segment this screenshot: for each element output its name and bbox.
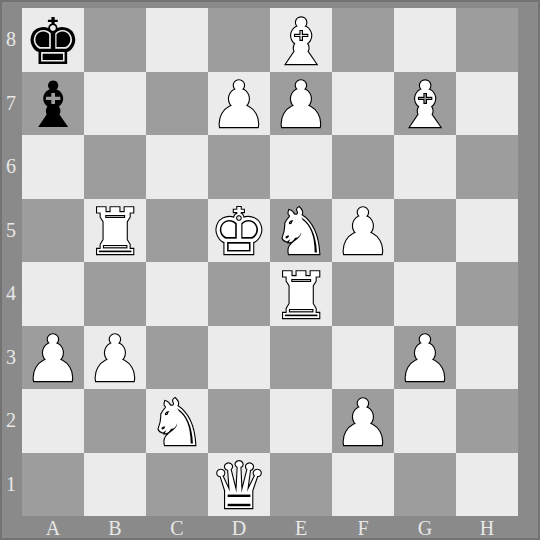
square-a8[interactable]: ♚	[22, 8, 84, 72]
rank-label-8: 8	[0, 8, 22, 72]
square-b7[interactable]	[84, 72, 146, 136]
white-knight-c2[interactable]: ♞	[148, 391, 205, 455]
square-f6[interactable]	[332, 135, 394, 199]
rank-label-6: 6	[0, 135, 22, 199]
square-c2[interactable]: ♞	[146, 389, 208, 453]
square-b3[interactable]: ♟	[84, 326, 146, 390]
square-b4[interactable]	[84, 262, 146, 326]
square-e7[interactable]: ♟	[270, 72, 332, 136]
square-c3[interactable]	[146, 326, 208, 390]
rank-label-1: 1	[0, 453, 22, 517]
board: ♚♝♝♟♟♝♜♚♞♟♜♟♟♟♞♟♛	[22, 8, 518, 516]
square-f1[interactable]	[332, 453, 394, 517]
square-d4[interactable]	[208, 262, 270, 326]
white-pawn-g3[interactable]: ♟	[396, 327, 453, 391]
black-bishop-a7[interactable]: ♝	[24, 73, 81, 137]
square-d3[interactable]	[208, 326, 270, 390]
square-h3[interactable]	[456, 326, 518, 390]
white-bishop-e8[interactable]: ♝	[272, 10, 329, 74]
rank-labels: 87654321	[0, 8, 22, 516]
square-e6[interactable]	[270, 135, 332, 199]
white-rook-e4[interactable]: ♜	[272, 264, 329, 328]
file-label-c: C	[146, 516, 208, 540]
square-b2[interactable]	[84, 389, 146, 453]
rank-label-7: 7	[0, 72, 22, 136]
white-pawn-f2[interactable]: ♟	[334, 391, 391, 455]
square-d2[interactable]	[208, 389, 270, 453]
square-b1[interactable]	[84, 453, 146, 517]
rank-label-2: 2	[0, 389, 22, 453]
white-bishop-g7[interactable]: ♝	[396, 73, 453, 137]
square-a1[interactable]	[22, 453, 84, 517]
file-label-b: B	[84, 516, 146, 540]
square-g7[interactable]: ♝	[394, 72, 456, 136]
square-c8[interactable]	[146, 8, 208, 72]
square-h4[interactable]	[456, 262, 518, 326]
square-e3[interactable]	[270, 326, 332, 390]
square-a2[interactable]	[22, 389, 84, 453]
square-d8[interactable]	[208, 8, 270, 72]
square-b5[interactable]: ♜	[84, 199, 146, 263]
square-h5[interactable]	[456, 199, 518, 263]
square-h8[interactable]	[456, 8, 518, 72]
rank-label-3: 3	[0, 326, 22, 390]
file-labels: ABCDEFGH	[22, 516, 518, 540]
black-king-a8[interactable]: ♚	[24, 10, 81, 74]
white-rook-b5[interactable]: ♜	[86, 200, 143, 264]
square-f4[interactable]	[332, 262, 394, 326]
square-c6[interactable]	[146, 135, 208, 199]
square-g8[interactable]	[394, 8, 456, 72]
chessboard-diagram: 87654321 ♚♝♝♟♟♝♜♚♞♟♜♟♟♟♞♟♛ ABCDEFGH	[0, 0, 540, 540]
square-h7[interactable]	[456, 72, 518, 136]
file-label-d: D	[208, 516, 270, 540]
file-label-f: F	[332, 516, 394, 540]
rank-label-5: 5	[0, 199, 22, 263]
square-b6[interactable]	[84, 135, 146, 199]
square-h1[interactable]	[456, 453, 518, 517]
square-d1[interactable]: ♛	[208, 453, 270, 517]
square-d6[interactable]	[208, 135, 270, 199]
white-pawn-b3[interactable]: ♟	[86, 327, 143, 391]
square-g4[interactable]	[394, 262, 456, 326]
white-king-d5[interactable]: ♚	[210, 200, 267, 264]
square-g1[interactable]	[394, 453, 456, 517]
square-d5[interactable]: ♚	[208, 199, 270, 263]
square-c4[interactable]	[146, 262, 208, 326]
file-label-g: G	[394, 516, 456, 540]
square-e1[interactable]	[270, 453, 332, 517]
square-g3[interactable]: ♟	[394, 326, 456, 390]
square-c7[interactable]	[146, 72, 208, 136]
white-queen-d1[interactable]: ♛	[210, 454, 267, 518]
white-pawn-a3[interactable]: ♟	[24, 327, 81, 391]
square-f5[interactable]: ♟	[332, 199, 394, 263]
square-h2[interactable]	[456, 389, 518, 453]
square-g2[interactable]	[394, 389, 456, 453]
square-d7[interactable]: ♟	[208, 72, 270, 136]
square-e8[interactable]: ♝	[270, 8, 332, 72]
file-label-a: A	[22, 516, 84, 540]
square-a4[interactable]	[22, 262, 84, 326]
square-f3[interactable]	[332, 326, 394, 390]
square-f7[interactable]	[332, 72, 394, 136]
square-f2[interactable]: ♟	[332, 389, 394, 453]
square-e2[interactable]	[270, 389, 332, 453]
white-pawn-f5[interactable]: ♟	[334, 200, 391, 264]
square-a3[interactable]: ♟	[22, 326, 84, 390]
file-label-h: H	[456, 516, 518, 540]
white-pawn-d7[interactable]: ♟	[210, 73, 267, 137]
square-a7[interactable]: ♝	[22, 72, 84, 136]
square-b8[interactable]	[84, 8, 146, 72]
square-g5[interactable]	[394, 199, 456, 263]
square-e4[interactable]: ♜	[270, 262, 332, 326]
square-a6[interactable]	[22, 135, 84, 199]
square-f8[interactable]	[332, 8, 394, 72]
square-h6[interactable]	[456, 135, 518, 199]
rank-label-4: 4	[0, 262, 22, 326]
square-c1[interactable]	[146, 453, 208, 517]
file-label-e: E	[270, 516, 332, 540]
white-knight-e5[interactable]: ♞	[272, 200, 329, 264]
square-g6[interactable]	[394, 135, 456, 199]
white-pawn-e7[interactable]: ♟	[272, 73, 329, 137]
square-c5[interactable]	[146, 199, 208, 263]
square-a5[interactable]	[22, 199, 84, 263]
square-e5[interactable]: ♞	[270, 199, 332, 263]
